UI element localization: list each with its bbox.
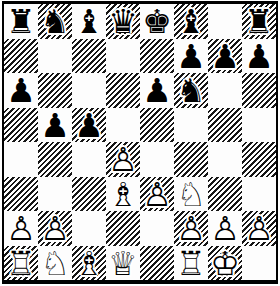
- square-b6[interactable]: [38, 73, 72, 108]
- square-g6[interactable]: [208, 73, 242, 108]
- square-a4[interactable]: [4, 142, 38, 177]
- square-d4[interactable]: ♟♙: [106, 142, 140, 177]
- square-d3[interactable]: ♝♗: [106, 177, 140, 212]
- square-e6[interactable]: ♟♟: [140, 73, 174, 108]
- white-rook-piece: ♜♖: [4, 246, 38, 281]
- piece-glyph: ♙: [174, 211, 208, 246]
- square-a7[interactable]: [4, 39, 38, 74]
- square-e1[interactable]: [140, 246, 174, 281]
- black-queen-piece: ♛♛: [106, 4, 140, 39]
- piece-glyph: ♟: [38, 108, 72, 143]
- square-h4[interactable]: [242, 142, 276, 177]
- black-pawn-piece: ♟♟: [38, 108, 72, 143]
- white-pawn-piece: ♟♙: [242, 211, 276, 246]
- piece-glyph: ♜: [242, 4, 276, 39]
- piece-glyph: ♝: [72, 4, 106, 39]
- square-b5[interactable]: ♟♟: [38, 108, 72, 143]
- square-c3[interactable]: [72, 177, 106, 212]
- square-h1[interactable]: [242, 246, 276, 281]
- piece-glyph: ♙: [242, 211, 276, 246]
- piece-glyph: ♔: [208, 246, 242, 281]
- square-a5[interactable]: [4, 108, 38, 143]
- white-pawn-piece: ♟♙: [208, 211, 242, 246]
- black-king-piece: ♚♚: [140, 4, 174, 39]
- white-rook-piece: ♜♖: [174, 246, 208, 281]
- square-d6[interactable]: [106, 73, 140, 108]
- piece-glyph: ♟: [4, 73, 38, 108]
- square-b4[interactable]: [38, 142, 72, 177]
- square-e4[interactable]: [140, 142, 174, 177]
- black-pawn-piece: ♟♟: [174, 39, 208, 74]
- square-a2[interactable]: ♟♙: [4, 211, 38, 246]
- black-pawn-piece: ♟♟: [208, 39, 242, 74]
- square-e3[interactable]: ♟♙: [140, 177, 174, 212]
- white-bishop-piece: ♝♗: [106, 177, 140, 212]
- square-b3[interactable]: [38, 177, 72, 212]
- piece-glyph: ♜: [4, 4, 38, 39]
- square-g7[interactable]: ♟♟: [208, 39, 242, 74]
- square-c7[interactable]: [72, 39, 106, 74]
- square-d2[interactable]: [106, 211, 140, 246]
- square-d8[interactable]: ♛♛: [106, 4, 140, 39]
- black-knight-piece: ♞♞: [38, 4, 72, 39]
- white-pawn-piece: ♟♙: [38, 211, 72, 246]
- piece-glyph: ♟: [140, 73, 174, 108]
- square-g3[interactable]: [208, 177, 242, 212]
- white-queen-piece: ♛♕: [106, 246, 140, 281]
- square-d1[interactable]: ♛♕: [106, 246, 140, 281]
- square-c5[interactable]: ♟♟: [72, 108, 106, 143]
- black-bishop-piece: ♝♝: [72, 4, 106, 39]
- square-f2[interactable]: ♟♙: [174, 211, 208, 246]
- piece-glyph: ♙: [140, 177, 174, 212]
- chess-diagram: ♜♜♞♞♝♝♛♛♚♚♝♝♜♜♟♟♟♟♟♟♟♟♟♟♞♞♟♟♟♟♟♙♝♗♟♙♞♘♟♙…: [0, 0, 280, 286]
- chess-board: ♜♜♞♞♝♝♛♛♚♚♝♝♜♜♟♟♟♟♟♟♟♟♟♟♞♞♟♟♟♟♟♙♝♗♟♙♞♘♟♙…: [2, 1, 278, 284]
- square-f4[interactable]: [174, 142, 208, 177]
- square-g8[interactable]: [208, 4, 242, 39]
- piece-glyph: ♟: [242, 39, 276, 74]
- white-knight-piece: ♞♘: [174, 177, 208, 212]
- piece-glyph: ♝: [174, 4, 208, 39]
- square-g4[interactable]: [208, 142, 242, 177]
- square-f6[interactable]: ♞♞: [174, 73, 208, 108]
- square-f3[interactable]: ♞♘: [174, 177, 208, 212]
- square-a6[interactable]: ♟♟: [4, 73, 38, 108]
- black-rook-piece: ♜♜: [4, 4, 38, 39]
- piece-glyph: ♙: [38, 211, 72, 246]
- square-c8[interactable]: ♝♝: [72, 4, 106, 39]
- piece-glyph: ♘: [38, 246, 72, 281]
- square-d7[interactable]: [106, 39, 140, 74]
- piece-glyph: ♖: [174, 246, 208, 281]
- piece-glyph: ♖: [4, 246, 38, 281]
- square-c1[interactable]: ♝♗: [72, 246, 106, 281]
- square-f1[interactable]: ♜♖: [174, 246, 208, 281]
- square-g1[interactable]: ♚♔: [208, 246, 242, 281]
- piece-glyph: ♛: [106, 4, 140, 39]
- black-bishop-piece: ♝♝: [174, 4, 208, 39]
- piece-glyph: ♗: [106, 177, 140, 212]
- square-a8[interactable]: ♜♜: [4, 4, 38, 39]
- piece-glyph: ♙: [106, 142, 140, 177]
- piece-glyph: ♟: [72, 108, 106, 143]
- square-c6[interactable]: [72, 73, 106, 108]
- square-f5[interactable]: [174, 108, 208, 143]
- square-h8[interactable]: ♜♜: [242, 4, 276, 39]
- black-pawn-piece: ♟♟: [72, 108, 106, 143]
- white-knight-piece: ♞♘: [38, 246, 72, 281]
- black-pawn-piece: ♟♟: [242, 39, 276, 74]
- piece-glyph: ♕: [106, 246, 140, 281]
- square-e7[interactable]: [140, 39, 174, 74]
- piece-glyph: ♙: [208, 211, 242, 246]
- piece-glyph: ♞: [174, 73, 208, 108]
- square-b7[interactable]: [38, 39, 72, 74]
- square-d5[interactable]: [106, 108, 140, 143]
- white-pawn-piece: ♟♙: [4, 211, 38, 246]
- piece-glyph: ♟: [174, 39, 208, 74]
- square-b2[interactable]: ♟♙: [38, 211, 72, 246]
- square-f7[interactable]: ♟♟: [174, 39, 208, 74]
- black-knight-piece: ♞♞: [174, 73, 208, 108]
- white-king-piece: ♚♔: [208, 246, 242, 281]
- square-e5[interactable]: [140, 108, 174, 143]
- piece-glyph: ♞: [38, 4, 72, 39]
- square-b8[interactable]: ♞♞: [38, 4, 72, 39]
- white-pawn-piece: ♟♙: [106, 142, 140, 177]
- square-h5[interactable]: [242, 108, 276, 143]
- black-pawn-piece: ♟♟: [4, 73, 38, 108]
- white-bishop-piece: ♝♗: [72, 246, 106, 281]
- square-c4[interactable]: [72, 142, 106, 177]
- white-pawn-piece: ♟♙: [174, 211, 208, 246]
- square-h6[interactable]: [242, 73, 276, 108]
- black-pawn-piece: ♟♟: [140, 73, 174, 108]
- square-h2[interactable]: ♟♙: [242, 211, 276, 246]
- piece-glyph: ♟: [208, 39, 242, 74]
- piece-glyph: ♗: [72, 246, 106, 281]
- square-g5[interactable]: [208, 108, 242, 143]
- square-a3[interactable]: [4, 177, 38, 212]
- piece-glyph: ♙: [4, 211, 38, 246]
- square-c2[interactable]: [72, 211, 106, 246]
- square-a1[interactable]: ♜♖: [4, 246, 38, 281]
- white-pawn-piece: ♟♙: [140, 177, 174, 212]
- black-rook-piece: ♜♜: [242, 4, 276, 39]
- square-g2[interactable]: ♟♙: [208, 211, 242, 246]
- square-h3[interactable]: [242, 177, 276, 212]
- piece-glyph: ♚: [140, 4, 174, 39]
- square-f8[interactable]: ♝♝: [174, 4, 208, 39]
- square-b1[interactable]: ♞♘: [38, 246, 72, 281]
- square-e2[interactable]: [140, 211, 174, 246]
- piece-glyph: ♘: [174, 177, 208, 212]
- square-e8[interactable]: ♚♚: [140, 4, 174, 39]
- square-h7[interactable]: ♟♟: [242, 39, 276, 74]
